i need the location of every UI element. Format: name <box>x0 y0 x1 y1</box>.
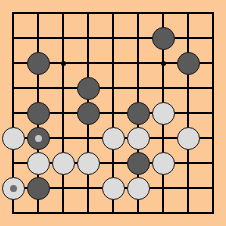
board-intersection[interactable] <box>1 1 26 26</box>
black-stone <box>152 27 175 50</box>
white-stone <box>102 127 125 150</box>
board-intersection[interactable] <box>51 76 76 101</box>
black-stone <box>27 177 50 200</box>
board-intersection[interactable] <box>26 176 51 201</box>
board-intersection[interactable] <box>176 51 201 76</box>
board-intersection[interactable] <box>76 51 101 76</box>
board-intersection[interactable] <box>176 201 201 226</box>
board-intersection[interactable] <box>126 1 151 26</box>
board-intersection[interactable] <box>26 26 51 51</box>
black-stone <box>77 102 100 125</box>
black-stone <box>177 52 200 75</box>
board-intersection[interactable] <box>151 101 176 126</box>
board-intersection[interactable] <box>101 26 126 51</box>
white-stone <box>177 127 200 150</box>
black-stone <box>27 52 50 75</box>
black-stone <box>127 102 150 125</box>
board-intersection[interactable] <box>51 1 76 26</box>
board-intersection[interactable] <box>76 1 101 26</box>
board-intersection[interactable] <box>101 76 126 101</box>
board-intersection[interactable] <box>151 1 176 26</box>
board-intersection[interactable] <box>126 201 151 226</box>
board-intersection[interactable] <box>76 26 101 51</box>
board-intersection[interactable] <box>151 126 176 151</box>
board-intersection[interactable] <box>101 201 126 226</box>
board-intersection[interactable] <box>76 126 101 151</box>
board-intersection[interactable] <box>1 101 26 126</box>
board-intersection[interactable] <box>26 151 51 176</box>
white-stone <box>127 127 150 150</box>
board-intersection[interactable] <box>151 51 176 76</box>
black-stone <box>27 102 50 125</box>
star-point <box>61 61 66 66</box>
board-intersection[interactable] <box>1 151 26 176</box>
board-intersection[interactable] <box>101 176 126 201</box>
board-intersection[interactable] <box>1 51 26 76</box>
board-intersection[interactable] <box>126 26 151 51</box>
board-intersection[interactable] <box>26 201 51 226</box>
board-intersection[interactable] <box>51 151 76 176</box>
last-move-marker <box>35 135 42 142</box>
board-intersection[interactable] <box>176 151 201 176</box>
white-stone <box>2 177 25 200</box>
board-intersection[interactable] <box>201 101 226 126</box>
board-intersection[interactable] <box>76 76 101 101</box>
board-intersection[interactable] <box>1 26 26 51</box>
white-stone <box>127 177 150 200</box>
board-intersection[interactable] <box>51 51 76 76</box>
board-intersection[interactable] <box>101 151 126 176</box>
board-intersection[interactable] <box>126 101 151 126</box>
board-intersection[interactable] <box>151 76 176 101</box>
board-intersection[interactable] <box>101 1 126 26</box>
board-intersection[interactable] <box>126 176 151 201</box>
last-move-marker <box>10 185 17 192</box>
board-intersection[interactable] <box>1 201 26 226</box>
white-stone <box>77 152 100 175</box>
board-intersection[interactable] <box>51 101 76 126</box>
board-intersection[interactable] <box>76 151 101 176</box>
board-intersection[interactable] <box>26 1 51 26</box>
white-stone <box>27 152 50 175</box>
board-intersection[interactable] <box>101 101 126 126</box>
board-intersection[interactable] <box>1 176 26 201</box>
board-intersection[interactable] <box>176 76 201 101</box>
black-stone <box>27 127 50 150</box>
board-intersection[interactable] <box>126 126 151 151</box>
board-intersection[interactable] <box>76 201 101 226</box>
board-intersection[interactable] <box>51 26 76 51</box>
board-intersection[interactable] <box>1 126 26 151</box>
board-intersection[interactable] <box>126 76 151 101</box>
board-intersection[interactable] <box>26 101 51 126</box>
white-stone <box>52 152 75 175</box>
board-intersection[interactable] <box>1 76 26 101</box>
board-intersection[interactable] <box>126 151 151 176</box>
board-intersection[interactable] <box>201 201 226 226</box>
board-intersection[interactable] <box>201 26 226 51</box>
board-intersection[interactable] <box>76 176 101 201</box>
board-intersection[interactable] <box>201 51 226 76</box>
board-intersection[interactable] <box>201 76 226 101</box>
board-intersection[interactable] <box>176 26 201 51</box>
board-intersection[interactable] <box>201 176 226 201</box>
board-intersection[interactable] <box>51 126 76 151</box>
board-intersection[interactable] <box>26 126 51 151</box>
board-intersection[interactable] <box>51 176 76 201</box>
board-intersection[interactable] <box>101 51 126 76</box>
white-stone <box>102 177 125 200</box>
white-stone <box>152 102 175 125</box>
go-board-grid <box>1 1 226 226</box>
board-intersection[interactable] <box>176 176 201 201</box>
board-intersection[interactable] <box>26 76 51 101</box>
go-board <box>0 0 225 225</box>
board-intersection[interactable] <box>76 101 101 126</box>
board-intersection[interactable] <box>26 51 51 76</box>
board-intersection[interactable] <box>151 26 176 51</box>
black-stone <box>127 152 150 175</box>
board-intersection[interactable] <box>151 151 176 176</box>
board-intersection[interactable] <box>176 101 201 126</box>
board-intersection[interactable] <box>201 126 226 151</box>
board-intersection[interactable] <box>126 51 151 76</box>
board-intersection[interactable] <box>51 201 76 226</box>
board-intersection[interactable] <box>101 126 126 151</box>
board-intersection[interactable] <box>151 201 176 226</box>
board-intersection[interactable] <box>201 1 226 26</box>
board-intersection[interactable] <box>176 1 201 26</box>
star-point <box>161 61 166 66</box>
white-stone <box>152 152 175 175</box>
board-intersection[interactable] <box>151 176 176 201</box>
black-stone <box>77 77 100 100</box>
board-intersection[interactable] <box>201 151 226 176</box>
white-stone <box>2 127 25 150</box>
board-intersection[interactable] <box>176 126 201 151</box>
